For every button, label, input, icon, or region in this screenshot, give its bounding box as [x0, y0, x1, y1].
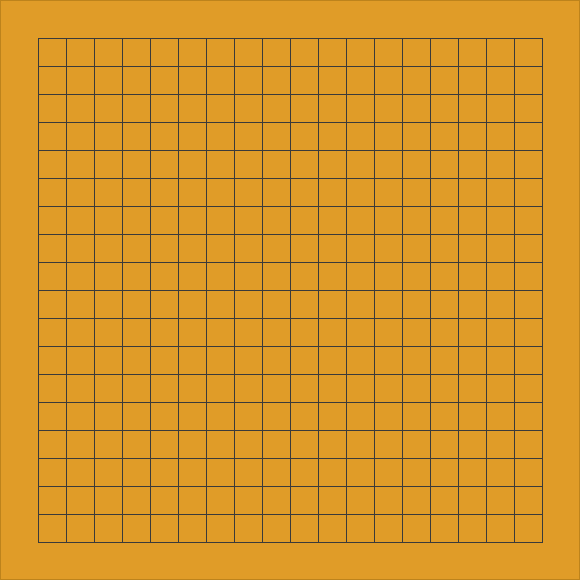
board-grid[interactable] — [24, 24, 556, 556]
go-board-app — [0, 0, 580, 580]
column-labels-top — [24, 5, 556, 21]
